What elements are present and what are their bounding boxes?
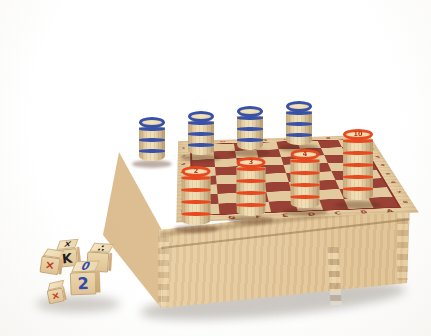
tower-shadow [335, 201, 382, 209]
die-red-symbols-2[interactable]: × [45, 281, 65, 305]
tower-top-disc: 10 [343, 129, 373, 140]
tower-top-disc: 2 [182, 166, 211, 177]
tower-disc [188, 143, 214, 155]
tower-disc [182, 212, 211, 225]
coordinate-label: C [324, 210, 352, 216]
finger-joint-right [397, 206, 408, 280]
tower-blue-f1[interactable] [188, 111, 214, 155]
die-front-face: 2 [70, 271, 97, 295]
tower-top-disc [286, 101, 312, 112]
tower-shadow [229, 216, 274, 224]
coordinate-label: B [350, 209, 379, 215]
die-right-face [108, 253, 113, 272]
tower-disc [237, 203, 266, 216]
tower-disc [343, 187, 373, 200]
die-right-face [95, 271, 100, 293]
tower-red-e6[interactable]: 3 [237, 157, 266, 216]
tower-top-disc [188, 111, 214, 122]
tower-shadow [132, 160, 172, 168]
tower-top-disc: 3 [237, 157, 266, 168]
tower-shadow [181, 154, 221, 162]
tower-number: 10 [353, 131, 362, 138]
tower-blue-b1[interactable] [286, 101, 312, 145]
tower-number: 2 [194, 168, 199, 175]
die-blue-numbers[interactable]: 02 [69, 261, 96, 296]
tower-number: 4 [303, 151, 308, 158]
tower-shadow [283, 208, 328, 216]
tower-disc [139, 149, 165, 161]
tower-blue-h1[interactable] [139, 117, 165, 161]
tower-top-disc: 4 [291, 149, 320, 160]
die-front-face: × [39, 256, 60, 275]
coordinate-label: G [211, 139, 233, 143]
tower-shadow [230, 149, 270, 157]
photo-scene: HGFEDCBA HGFEDCBA 12345678 12345678 2341… [0, 0, 431, 336]
tower-red-c6[interactable]: 4 [291, 149, 320, 208]
die-red-symbols[interactable]: × [39, 248, 61, 275]
tower-red-g6[interactable]: 2 [182, 166, 211, 225]
tower-blue-d1[interactable] [237, 106, 263, 150]
tower-number: 3 [249, 159, 254, 166]
tower-disc [291, 195, 320, 208]
tower-top-disc [139, 117, 165, 128]
tower-red-a6[interactable]: 10 [343, 129, 373, 200]
tower-shadow [174, 225, 219, 233]
tower-top-disc [237, 106, 263, 117]
coordinate-label: B [317, 136, 339, 140]
coordinate-label: A [376, 208, 405, 214]
tower-disc [286, 133, 312, 145]
tower-disc [237, 138, 263, 150]
